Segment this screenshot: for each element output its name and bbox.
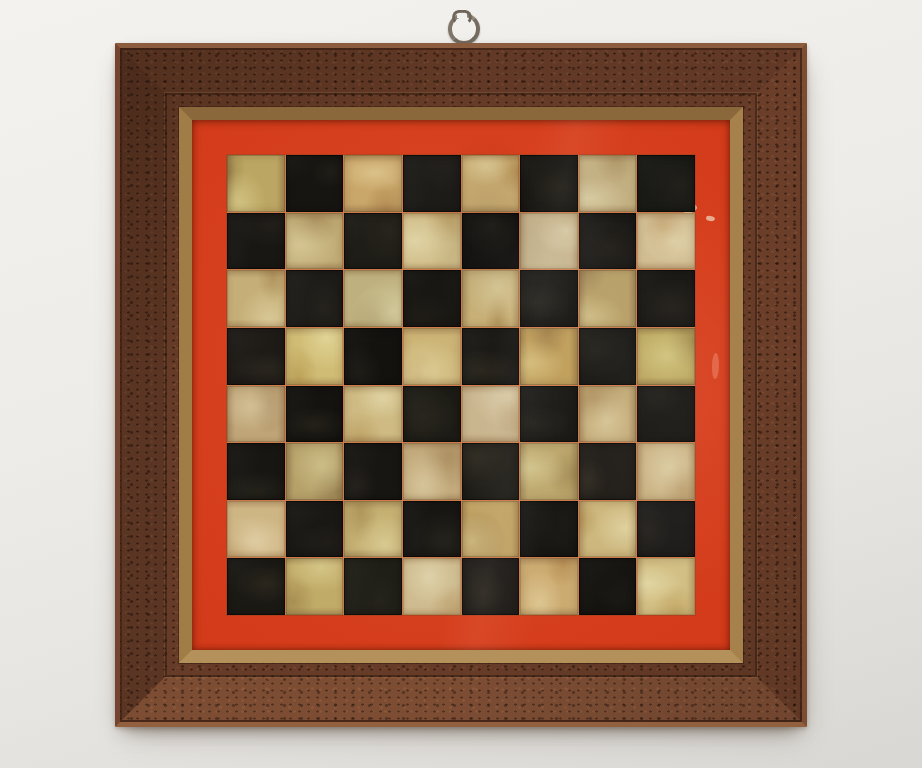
wood-frame [115,43,807,727]
square-c6-light [344,270,402,327]
square-c5-dark [344,328,402,385]
square-a3-dark [227,443,285,500]
square-c1-dark [344,558,402,615]
square-b5-light [286,328,344,385]
square-h4-dark [637,386,695,443]
square-g8-light [579,155,637,212]
square-e1-dark [462,558,520,615]
square-c2-light [344,501,402,558]
square-e6-light [462,270,520,327]
square-e5-dark [462,328,520,385]
paint-chip [706,215,716,221]
square-f8-dark [520,155,578,212]
square-h7-light [637,213,695,270]
square-h6-dark [637,270,695,327]
square-b4-dark [286,386,344,443]
square-f7-light [520,213,578,270]
square-b2-dark [286,501,344,558]
square-d1-light [403,558,461,615]
square-a7-dark [227,213,285,270]
square-c8-light [344,155,402,212]
square-b6-dark [286,270,344,327]
square-h2-dark [637,501,695,558]
square-d8-dark [403,155,461,212]
wall [0,0,922,768]
square-g4-light [579,386,637,443]
board [227,155,695,615]
square-f2-dark [520,501,578,558]
square-e7-dark [462,213,520,270]
square-b7-light [286,213,344,270]
square-c3-dark [344,443,402,500]
square-d5-light [403,328,461,385]
square-h1-light [637,558,695,615]
square-f4-dark [520,386,578,443]
square-e2-light [462,501,520,558]
square-a2-light [227,501,285,558]
square-e4-light [462,386,520,443]
square-b3-light [286,443,344,500]
square-c4-light [344,386,402,443]
square-b1-light [286,558,344,615]
square-f5-light [520,328,578,385]
square-d7-light [403,213,461,270]
square-d6-dark [403,270,461,327]
square-a1-dark [227,558,285,615]
square-d2-dark [403,501,461,558]
square-e8-light [462,155,520,212]
square-f1-light [520,558,578,615]
square-h8-dark [637,155,695,212]
square-g3-dark [579,443,637,500]
square-d4-dark [403,386,461,443]
hanging-ring [444,9,480,44]
square-e3-dark [462,443,520,500]
square-g7-dark [579,213,637,270]
square-h3-light [637,443,695,500]
square-a4-light [227,386,285,443]
square-a8-light [227,155,285,212]
square-a5-dark [227,328,285,385]
square-d3-light [403,443,461,500]
square-g1-dark [579,558,637,615]
square-g6-light [579,270,637,327]
square-b8-dark [286,155,344,212]
square-g5-dark [579,328,637,385]
square-f3-light [520,443,578,500]
square-c7-dark [344,213,402,270]
square-h5-light [637,328,695,385]
square-a6-light [227,270,285,327]
square-g2-light [579,501,637,558]
square-f6-dark [520,270,578,327]
